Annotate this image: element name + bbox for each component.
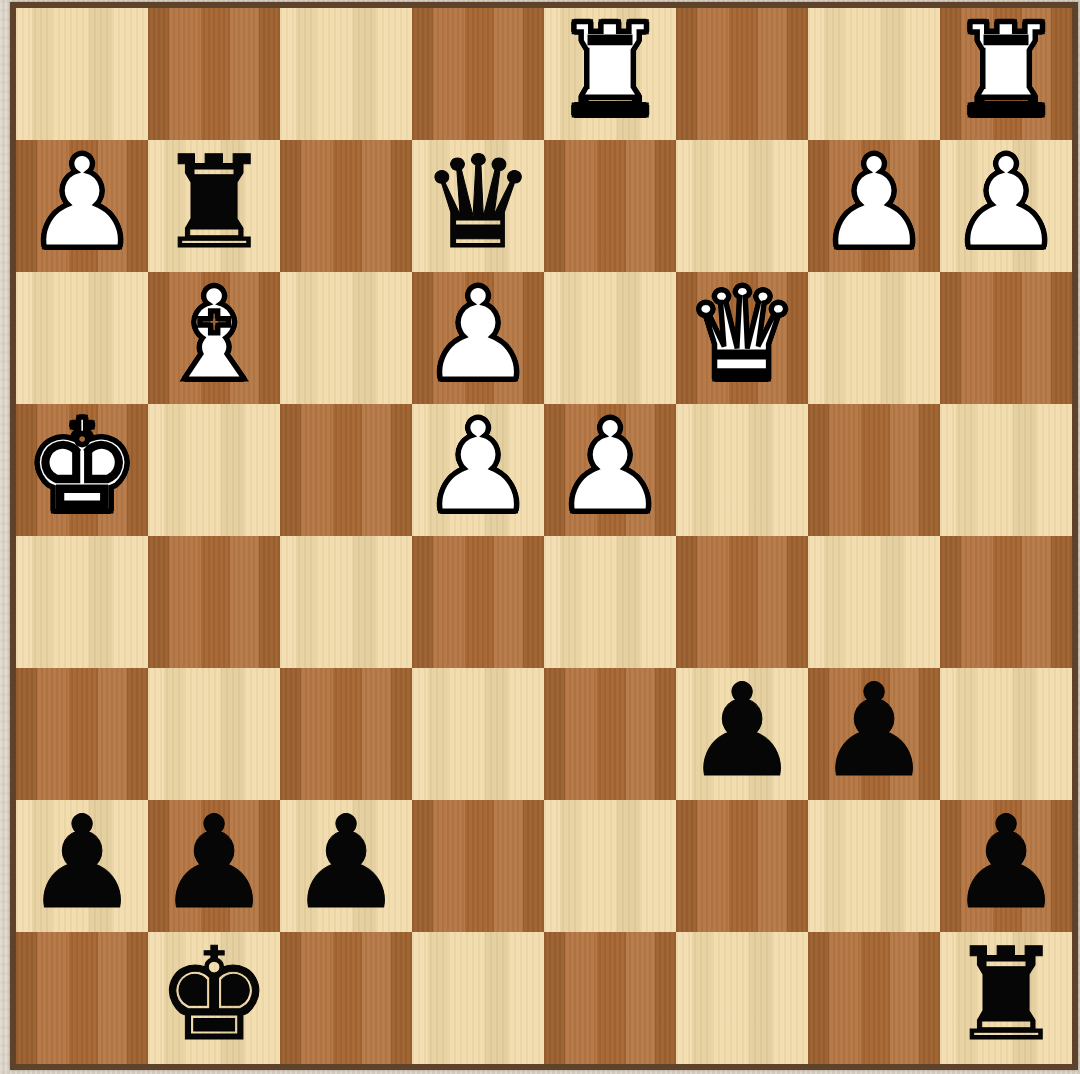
square-f4[interactable]: [676, 536, 808, 668]
square-b7[interactable]: ♜: [148, 140, 280, 272]
square-h7[interactable]: ♟: [940, 140, 1072, 272]
square-e3[interactable]: [544, 668, 676, 800]
piece-white-pawn-g7[interactable]: ♟: [817, 139, 932, 267]
square-f6[interactable]: ♛: [676, 272, 808, 404]
square-a3[interactable]: [16, 668, 148, 800]
square-g3[interactable]: ♟: [808, 668, 940, 800]
square-d4[interactable]: [412, 536, 544, 668]
square-g1[interactable]: [808, 932, 940, 1064]
square-a1[interactable]: [16, 932, 148, 1064]
square-b3[interactable]: [148, 668, 280, 800]
square-e7[interactable]: [544, 140, 676, 272]
square-c8[interactable]: [280, 8, 412, 140]
page-background: { "game": "chess", "position": { "fen": …: [0, 0, 1080, 1074]
square-a4[interactable]: [16, 536, 148, 668]
square-h6[interactable]: [940, 272, 1072, 404]
square-e1[interactable]: [544, 932, 676, 1064]
square-d2[interactable]: [412, 800, 544, 932]
square-a2[interactable]: ♟: [16, 800, 148, 932]
square-g6[interactable]: [808, 272, 940, 404]
piece-white-pawn-d5[interactable]: ♟: [421, 403, 536, 531]
square-e6[interactable]: [544, 272, 676, 404]
square-d1[interactable]: [412, 932, 544, 1064]
piece-white-pawn-d6[interactable]: ♟: [421, 271, 536, 399]
piece-black-pawn-a2[interactable]: ♟: [25, 799, 140, 927]
square-f3[interactable]: ♟: [676, 668, 808, 800]
piece-white-pawn-e5[interactable]: ♟: [553, 403, 668, 531]
chess-board-frame: ♜♜♟♜♛♟♟♝♟♛♚♟♟♟♟♟♟♟♟♚♜: [10, 2, 1078, 1070]
square-c1[interactable]: [280, 932, 412, 1064]
square-g4[interactable]: [808, 536, 940, 668]
square-b5[interactable]: [148, 404, 280, 536]
square-g8[interactable]: [808, 8, 940, 140]
square-d6[interactable]: ♟: [412, 272, 544, 404]
square-e5[interactable]: ♟: [544, 404, 676, 536]
piece-white-bishop-b6[interactable]: ♝: [157, 271, 272, 399]
square-e4[interactable]: [544, 536, 676, 668]
piece-black-pawn-f3[interactable]: ♟: [685, 667, 800, 795]
square-a7[interactable]: ♟: [16, 140, 148, 272]
square-b4[interactable]: [148, 536, 280, 668]
square-h8[interactable]: ♜: [940, 8, 1072, 140]
chess-board[interactable]: ♜♜♟♜♛♟♟♝♟♛♚♟♟♟♟♟♟♟♟♚♜: [16, 8, 1072, 1064]
piece-white-pawn-a7[interactable]: ♟: [25, 139, 140, 267]
square-h2[interactable]: ♟: [940, 800, 1072, 932]
piece-black-king-b1[interactable]: ♚: [157, 931, 272, 1059]
square-d7[interactable]: ♛: [412, 140, 544, 272]
square-a6[interactable]: [16, 272, 148, 404]
square-f7[interactable]: [676, 140, 808, 272]
square-h1[interactable]: ♜: [940, 932, 1072, 1064]
square-c7[interactable]: [280, 140, 412, 272]
square-h5[interactable]: [940, 404, 1072, 536]
square-c5[interactable]: [280, 404, 412, 536]
square-d8[interactable]: [412, 8, 544, 140]
piece-black-pawn-g3[interactable]: ♟: [817, 667, 932, 795]
piece-white-pawn-h7[interactable]: ♟: [949, 139, 1064, 267]
square-d3[interactable]: [412, 668, 544, 800]
square-b1[interactable]: ♚: [148, 932, 280, 1064]
square-e2[interactable]: [544, 800, 676, 932]
square-a8[interactable]: [16, 8, 148, 140]
piece-white-king-a5[interactable]: ♚: [25, 403, 140, 531]
square-b2[interactable]: ♟: [148, 800, 280, 932]
piece-black-pawn-b2[interactable]: ♟: [157, 799, 272, 927]
square-g5[interactable]: [808, 404, 940, 536]
square-c4[interactable]: [280, 536, 412, 668]
square-f2[interactable]: [676, 800, 808, 932]
square-g7[interactable]: ♟: [808, 140, 940, 272]
square-d5[interactable]: ♟: [412, 404, 544, 536]
square-c3[interactable]: [280, 668, 412, 800]
piece-white-queen-f6[interactable]: ♛: [685, 271, 800, 399]
square-e8[interactable]: ♜: [544, 8, 676, 140]
square-g2[interactable]: [808, 800, 940, 932]
square-c6[interactable]: [280, 272, 412, 404]
square-h3[interactable]: [940, 668, 1072, 800]
piece-black-rook-h1[interactable]: ♜: [949, 931, 1064, 1059]
square-b6[interactable]: ♝: [148, 272, 280, 404]
square-f5[interactable]: [676, 404, 808, 536]
piece-black-pawn-h2[interactable]: ♟: [949, 799, 1064, 927]
square-a5[interactable]: ♚: [16, 404, 148, 536]
piece-white-rook-e8[interactable]: ♜: [553, 7, 668, 135]
piece-black-pawn-c2[interactable]: ♟: [289, 799, 404, 927]
square-f8[interactable]: [676, 8, 808, 140]
square-h4[interactable]: [940, 536, 1072, 668]
square-f1[interactable]: [676, 932, 808, 1064]
square-c2[interactable]: ♟: [280, 800, 412, 932]
piece-black-rook-b7[interactable]: ♜: [157, 139, 272, 267]
piece-black-queen-d7[interactable]: ♛: [421, 139, 536, 267]
square-b8[interactable]: [148, 8, 280, 140]
piece-white-rook-h8[interactable]: ♜: [949, 7, 1064, 135]
